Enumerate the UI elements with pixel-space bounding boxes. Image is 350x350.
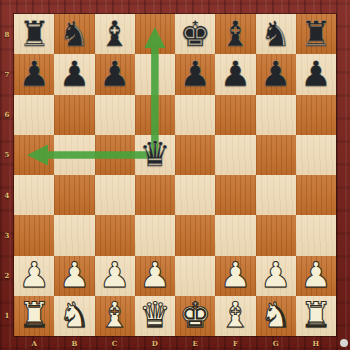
file-label-e: E bbox=[175, 336, 215, 350]
file-label-a: A bbox=[14, 336, 54, 350]
square-f3[interactable] bbox=[215, 215, 255, 255]
piece-white-bishop-c1[interactable]: ♝ bbox=[95, 296, 135, 336]
piece-white-pawn-c2[interactable]: ♟ bbox=[95, 256, 135, 296]
square-b6[interactable] bbox=[54, 95, 94, 135]
square-e4[interactable] bbox=[175, 175, 215, 215]
piece-black-pawn-c7[interactable]: ♟ bbox=[95, 54, 135, 94]
square-d7[interactable] bbox=[135, 54, 175, 94]
piece-black-pawn-a7[interactable]: ♟ bbox=[14, 54, 54, 94]
piece-white-rook-a1[interactable]: ♜ bbox=[14, 296, 54, 336]
square-g3[interactable] bbox=[256, 215, 296, 255]
piece-white-pawn-a2[interactable]: ♟ bbox=[14, 256, 54, 296]
chess-board-frame: ♜♞♝♚♝♞♜♟♟♟♟♟♟♟♛♟♟♟♟♟♟♟♜♞♝♛♚♝♞♜ 87654321A… bbox=[0, 0, 350, 350]
square-h5[interactable] bbox=[296, 135, 336, 175]
square-f6[interactable] bbox=[215, 95, 255, 135]
piece-black-queen-d5[interactable]: ♛ bbox=[135, 135, 175, 175]
white-to-move-indicator bbox=[340, 339, 348, 347]
piece-black-pawn-h7[interactable]: ♟ bbox=[296, 54, 336, 94]
rank-label-6: 6 bbox=[0, 95, 14, 135]
rank-label-4: 4 bbox=[0, 175, 14, 215]
file-label-f: F bbox=[215, 336, 255, 350]
piece-black-knight-b8[interactable]: ♞ bbox=[54, 14, 94, 54]
piece-white-knight-g1[interactable]: ♞ bbox=[256, 296, 296, 336]
square-d6[interactable] bbox=[135, 95, 175, 135]
piece-white-pawn-h2[interactable]: ♟ bbox=[296, 256, 336, 296]
rank-label-8: 8 bbox=[0, 14, 14, 54]
piece-black-knight-g8[interactable]: ♞ bbox=[256, 14, 296, 54]
piece-black-rook-h8[interactable]: ♜ bbox=[296, 14, 336, 54]
piece-black-pawn-b7[interactable]: ♟ bbox=[54, 54, 94, 94]
square-f5[interactable] bbox=[215, 135, 255, 175]
piece-white-king-e1[interactable]: ♚ bbox=[175, 296, 215, 336]
piece-white-queen-d1[interactable]: ♛ bbox=[135, 296, 175, 336]
piece-white-pawn-f2[interactable]: ♟ bbox=[215, 256, 255, 296]
piece-black-pawn-f7[interactable]: ♟ bbox=[215, 54, 255, 94]
rank-label-5: 5 bbox=[0, 135, 14, 175]
rank-label-3: 3 bbox=[0, 215, 14, 255]
square-c3[interactable] bbox=[95, 215, 135, 255]
piece-white-rook-h1[interactable]: ♜ bbox=[296, 296, 336, 336]
piece-black-pawn-g7[interactable]: ♟ bbox=[256, 54, 296, 94]
square-d8[interactable] bbox=[135, 14, 175, 54]
square-a4[interactable] bbox=[14, 175, 54, 215]
rank-label-7: 7 bbox=[0, 54, 14, 94]
square-e6[interactable] bbox=[175, 95, 215, 135]
piece-white-pawn-b2[interactable]: ♟ bbox=[54, 256, 94, 296]
piece-white-pawn-g2[interactable]: ♟ bbox=[256, 256, 296, 296]
square-f4[interactable] bbox=[215, 175, 255, 215]
piece-white-knight-b1[interactable]: ♞ bbox=[54, 296, 94, 336]
square-e2[interactable] bbox=[175, 256, 215, 296]
square-g6[interactable] bbox=[256, 95, 296, 135]
square-c4[interactable] bbox=[95, 175, 135, 215]
file-label-b: B bbox=[54, 336, 94, 350]
square-e5[interactable] bbox=[175, 135, 215, 175]
rank-label-1: 1 bbox=[0, 296, 14, 336]
square-a3[interactable] bbox=[14, 215, 54, 255]
square-b5[interactable] bbox=[54, 135, 94, 175]
square-b4[interactable] bbox=[54, 175, 94, 215]
square-b3[interactable] bbox=[54, 215, 94, 255]
square-h4[interactable] bbox=[296, 175, 336, 215]
square-e3[interactable] bbox=[175, 215, 215, 255]
square-h6[interactable] bbox=[296, 95, 336, 135]
square-g4[interactable] bbox=[256, 175, 296, 215]
piece-black-rook-a8[interactable]: ♜ bbox=[14, 14, 54, 54]
piece-black-bishop-f8[interactable]: ♝ bbox=[215, 14, 255, 54]
file-label-g: G bbox=[256, 336, 296, 350]
square-g5[interactable] bbox=[256, 135, 296, 175]
square-a6[interactable] bbox=[14, 95, 54, 135]
file-label-h: H bbox=[296, 336, 336, 350]
square-a5[interactable] bbox=[14, 135, 54, 175]
piece-black-king-e8[interactable]: ♚ bbox=[175, 14, 215, 54]
rank-label-2: 2 bbox=[0, 256, 14, 296]
square-c6[interactable] bbox=[95, 95, 135, 135]
square-h3[interactable] bbox=[296, 215, 336, 255]
piece-white-bishop-f1[interactable]: ♝ bbox=[215, 296, 255, 336]
square-c5[interactable] bbox=[95, 135, 135, 175]
piece-white-pawn-d2[interactable]: ♟ bbox=[135, 256, 175, 296]
file-label-c: C bbox=[95, 336, 135, 350]
piece-black-pawn-e7[interactable]: ♟ bbox=[175, 54, 215, 94]
file-label-d: D bbox=[135, 336, 175, 350]
square-d4[interactable] bbox=[135, 175, 175, 215]
piece-black-bishop-c8[interactable]: ♝ bbox=[95, 14, 135, 54]
square-d3[interactable] bbox=[135, 215, 175, 255]
